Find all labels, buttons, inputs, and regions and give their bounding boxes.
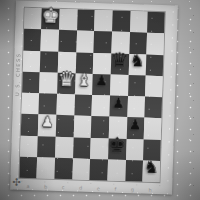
black-knight: ♞: [129, 52, 145, 69]
square-b7: [41, 30, 60, 52]
file-label-b: b: [44, 183, 47, 189]
chess-board-sheet: U.S. CHESS ✣ ♚♛♞♛♝♟♟♟♟♚♞ abcdefgh: [10, 1, 178, 195]
square-e2: [90, 137, 108, 159]
square-b8: ♚: [41, 8, 60, 30]
square-c7: [59, 30, 78, 52]
square-a5: [22, 72, 40, 94]
square-a2: [20, 135, 38, 157]
black-queen: ♛: [110, 50, 129, 71]
square-c2: [55, 136, 74, 158]
square-b4: [39, 93, 58, 115]
square-c8: [59, 9, 78, 31]
square-h5: [145, 75, 163, 97]
square-e5: ♟: [92, 74, 110, 96]
square-f2: ♚: [108, 138, 127, 160]
square-f6: ♛: [110, 53, 129, 75]
black-pawn: ♟: [95, 73, 108, 87]
square-f5: [110, 74, 129, 96]
square-h7: [146, 33, 164, 55]
square-f8: [112, 11, 131, 33]
square-f1: [107, 159, 126, 181]
file-label-f: f: [114, 186, 116, 192]
white-pawn: ♟: [41, 114, 54, 128]
square-e7: [94, 31, 112, 53]
square-g8: [130, 11, 148, 33]
black-knight: ♞: [143, 158, 159, 175]
square-f4: ♟: [109, 95, 128, 117]
file-labels-row: abcdefgh: [19, 183, 159, 193]
square-e6: [93, 52, 111, 74]
square-g4: [127, 96, 145, 118]
square-h6: [145, 54, 163, 76]
square-d3: [74, 116, 92, 138]
square-c4: [57, 94, 76, 116]
white-queen: ♛: [57, 69, 76, 90]
file-label-g: g: [131, 186, 134, 192]
square-h8: [147, 12, 165, 34]
file-label-e: e: [97, 185, 100, 191]
square-e3: [91, 116, 109, 138]
square-d7: [77, 31, 95, 53]
square-b5: [39, 72, 58, 94]
board-brand-text: U.S. CHESS: [14, 53, 21, 97]
square-a8: [24, 8, 42, 30]
square-h1: ♞: [142, 160, 160, 182]
square-d4: [75, 94, 93, 116]
square-a1: [19, 156, 37, 178]
photo-background: U.S. CHESS ✣ ♚♛♞♛♝♟♟♟♟♚♞ abcdefgh: [0, 0, 200, 200]
square-a7: [23, 29, 41, 51]
square-d5: ♝: [75, 73, 93, 95]
black-pawn: ♟: [112, 95, 125, 109]
square-a6: [23, 50, 41, 72]
square-b1: [37, 157, 56, 179]
square-a4: [21, 93, 39, 115]
black-pawn: ♟: [129, 117, 142, 131]
square-g2: [126, 139, 144, 161]
square-e1: [90, 159, 108, 181]
square-c5: ♛: [57, 73, 76, 95]
square-g5: [128, 75, 146, 97]
square-b3: ♟: [38, 115, 57, 137]
square-g1: [125, 160, 143, 182]
black-king: ♚: [108, 135, 127, 156]
square-b2: [37, 136, 56, 158]
square-a3: [21, 114, 39, 136]
square-c1: [55, 158, 74, 180]
white-king: ♚: [41, 5, 60, 26]
square-d1: [73, 158, 91, 180]
square-e4: [92, 95, 110, 117]
file-label-h: h: [148, 187, 151, 193]
square-g3: ♟: [126, 117, 144, 139]
chess-board-grid: ♚♛♞♛♝♟♟♟♟♚♞: [19, 8, 164, 182]
square-h3: [143, 118, 161, 140]
square-d8: [77, 9, 95, 31]
file-label-d: d: [79, 185, 82, 191]
white-bishop: ♝: [76, 71, 92, 88]
square-c3: [56, 115, 75, 137]
square-e8: [94, 10, 112, 32]
file-label-c: c: [62, 184, 65, 190]
square-b6: [40, 51, 59, 73]
square-h4: [144, 97, 162, 119]
square-g6: ♞: [128, 54, 146, 76]
file-label-a: a: [26, 183, 29, 189]
square-d2: [73, 137, 91, 159]
